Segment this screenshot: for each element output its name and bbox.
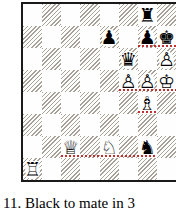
square-h4[interactable] [157, 92, 176, 114]
board-frame: ♜♟♟♚♛♙♙♙♔♗♕♘♞♖ [21, 2, 176, 182]
square-g3[interactable] [138, 114, 157, 136]
square-e8[interactable] [100, 4, 119, 26]
square-f3[interactable] [119, 114, 138, 136]
square-d4[interactable] [80, 92, 99, 114]
square-e6[interactable] [100, 48, 119, 70]
square-b6[interactable] [42, 48, 61, 70]
square-b8[interactable] [42, 4, 61, 26]
square-g8[interactable]: ♜ [138, 4, 157, 26]
square-f6[interactable]: ♛ [119, 48, 138, 70]
square-f4[interactable] [119, 92, 138, 114]
spellcheck-underline [61, 155, 157, 157]
square-h1[interactable] [157, 158, 176, 180]
square-c3[interactable] [61, 114, 80, 136]
square-a2[interactable] [23, 136, 42, 158]
square-h3[interactable] [157, 114, 176, 136]
square-a4[interactable] [23, 92, 42, 114]
square-c5[interactable] [61, 70, 80, 92]
square-d3[interactable] [80, 114, 99, 136]
square-b2[interactable] [42, 136, 61, 158]
square-a5[interactable] [23, 70, 42, 92]
square-h8[interactable] [157, 4, 176, 26]
square-f1[interactable] [119, 158, 138, 180]
square-d1[interactable] [80, 158, 99, 180]
white-pawn-icon: ♙ [158, 48, 175, 70]
square-b1[interactable] [42, 158, 61, 180]
square-f8[interactable] [119, 4, 138, 26]
square-b3[interactable] [42, 114, 61, 136]
white-rook-icon: ♖ [24, 158, 41, 180]
square-e7[interactable]: ♟ [100, 26, 119, 48]
square-g1[interactable] [138, 158, 157, 180]
square-c6[interactable] [61, 48, 80, 70]
square-b5[interactable] [42, 70, 61, 92]
black-queen-icon: ♛ [120, 48, 137, 70]
spellcheck-underline [138, 45, 176, 47]
chess-diagram: ♜♟♟♚♛♙♙♙♔♗♕♘♞♖ 11. Black to mate in 3 [0, 0, 176, 218]
spellcheck-underline [119, 89, 176, 91]
square-c8[interactable] [61, 4, 80, 26]
black-rook-icon: ♜ [139, 4, 156, 26]
square-a3[interactable] [23, 114, 42, 136]
square-a6[interactable] [23, 48, 42, 70]
square-c1[interactable] [61, 158, 80, 180]
square-d6[interactable] [80, 48, 99, 70]
square-f7[interactable] [119, 26, 138, 48]
square-d8[interactable] [80, 4, 99, 26]
square-e5[interactable] [100, 70, 119, 92]
square-a8[interactable] [23, 4, 42, 26]
square-e1[interactable] [100, 158, 119, 180]
square-a1[interactable]: ♖ [23, 158, 42, 180]
square-e4[interactable] [100, 92, 119, 114]
square-d7[interactable] [80, 26, 99, 48]
square-c4[interactable] [61, 92, 80, 114]
square-c7[interactable] [61, 26, 80, 48]
puzzle-caption: 11. Black to mate in 3 [3, 193, 135, 213]
square-b7[interactable] [42, 26, 61, 48]
square-d5[interactable] [80, 70, 99, 92]
square-g6[interactable] [138, 48, 157, 70]
chess-board: ♜♟♟♚♛♙♙♙♔♗♕♘♞♖ [23, 4, 176, 180]
black-pawn-icon: ♟ [101, 26, 118, 48]
square-a7[interactable] [23, 26, 42, 48]
spellcheck-underline [138, 111, 157, 113]
square-h2[interactable] [157, 136, 176, 158]
square-e3[interactable] [100, 114, 119, 136]
square-h6[interactable]: ♙ [157, 48, 176, 70]
square-b4[interactable] [42, 92, 61, 114]
